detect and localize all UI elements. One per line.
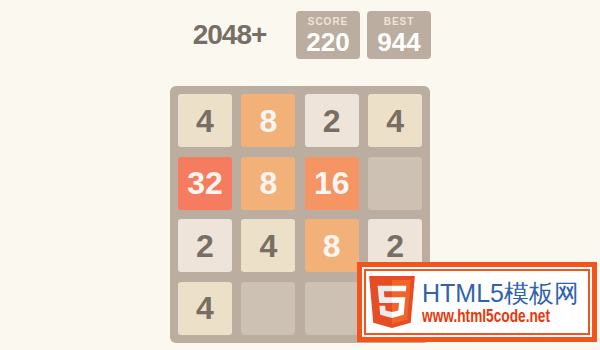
tile-16-r2c3: 16	[305, 157, 359, 210]
html5-shield-icon	[369, 276, 415, 328]
game-title: 2048+	[170, 19, 289, 51]
tile-4-r1c1: 4	[178, 94, 232, 147]
tile-32-r2c1: 32	[178, 157, 232, 210]
watermark-site-name: HTML5模板网	[422, 280, 586, 306]
watermark: HTML5模板网 www.html5code.net	[357, 262, 597, 342]
empty-cell-r2c4	[368, 157, 422, 210]
score-value: 220	[306, 28, 349, 56]
tile-4-r3c2: 4	[241, 219, 295, 272]
tile-8-r3c3: 8	[305, 219, 359, 272]
game-screen: 2048+ SCORE 220 BEST 944 48243281624824 …	[0, 0, 600, 350]
tile-4-r1c4: 4	[368, 94, 422, 147]
empty-cell-r4c2	[241, 282, 295, 335]
tile-2-r1c3: 2	[305, 94, 359, 147]
header: 2048+ SCORE 220 BEST 944	[170, 11, 431, 59]
empty-cell-r4c3	[305, 282, 359, 335]
tile-8-r1c2: 8	[241, 94, 295, 147]
watermark-text: HTML5模板网 www.html5code.net	[422, 280, 586, 325]
score-box: SCORE 220	[296, 11, 360, 59]
best-box: BEST 944	[367, 11, 431, 59]
best-value: 944	[377, 28, 420, 56]
tile-8-r2c2: 8	[241, 157, 295, 210]
tile-4-r4c1: 4	[178, 282, 232, 335]
tile-2-r3c1: 2	[178, 219, 232, 272]
watermark-site-url: www.html5code.net	[422, 306, 540, 325]
watermark-frame: HTML5模板网 www.html5code.net	[364, 269, 590, 335]
